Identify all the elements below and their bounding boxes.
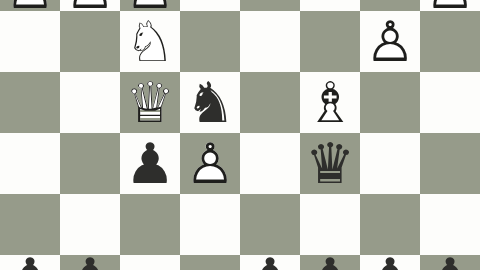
square-c4[interactable]: ♝♗ (300, 72, 360, 133)
square-c2[interactable] (300, 0, 360, 11)
piece-white-pawn[interactable]: ♟♙ (180, 133, 240, 194)
square-g3[interactable] (60, 11, 120, 72)
square-c5[interactable]: ♛ (300, 133, 360, 194)
square-g7[interactable]: ♟ (60, 255, 120, 270)
piece-white-queen[interactable]: ♛♕ (120, 72, 180, 133)
square-g2[interactable]: ♟♙ (60, 0, 120, 11)
square-f5[interactable]: ♟ (120, 133, 180, 194)
square-e3[interactable] (180, 11, 240, 72)
square-f7[interactable] (120, 255, 180, 270)
piece-black-pawn[interactable]: ♟ (60, 248, 120, 270)
square-e4[interactable]: ♞ (180, 72, 240, 133)
square-e7[interactable] (180, 255, 240, 270)
square-a7[interactable]: ♟ (420, 255, 480, 270)
white-queen-outline: ♕ (120, 72, 180, 133)
square-e2[interactable] (180, 0, 240, 11)
chessboard: ♟♙♟♙♟♙♟♙♞♘♟♙♛♕♞♝♗♟♟♙♛♟♟♟♟♟♟ (0, 0, 480, 270)
square-b4[interactable] (360, 72, 420, 133)
square-h4[interactable] (0, 72, 60, 133)
square-f3[interactable]: ♞♘ (120, 11, 180, 72)
square-b3[interactable]: ♟♙ (360, 11, 420, 72)
square-f6[interactable] (120, 194, 180, 255)
square-e6[interactable] (180, 194, 240, 255)
square-e5[interactable]: ♟♙ (180, 133, 240, 194)
piece-black-pawn[interactable]: ♟ (420, 248, 480, 270)
square-h2[interactable]: ♟♙ (0, 0, 60, 11)
piece-black-queen[interactable]: ♛ (300, 133, 360, 194)
piece-white-pawn[interactable]: ♟♙ (360, 11, 420, 72)
square-d5[interactable] (240, 133, 300, 194)
square-g5[interactable] (60, 133, 120, 194)
piece-black-pawn[interactable]: ♟ (300, 248, 360, 270)
square-d4[interactable] (240, 72, 300, 133)
square-d2[interactable] (240, 0, 300, 11)
square-f4[interactable]: ♛♕ (120, 72, 180, 133)
square-a2[interactable]: ♟♙ (420, 0, 480, 11)
white-pawn-outline: ♙ (180, 133, 240, 194)
square-g4[interactable] (60, 72, 120, 133)
square-a3[interactable] (420, 11, 480, 72)
piece-black-pawn[interactable]: ♟ (120, 133, 180, 194)
board-viewport: ♟♙♟♙♟♙♟♙♞♘♟♙♛♕♞♝♗♟♟♙♛♟♟♟♟♟♟ (0, 0, 480, 270)
piece-black-knight[interactable]: ♞ (180, 72, 240, 133)
piece-white-bishop[interactable]: ♝♗ (300, 72, 360, 133)
square-h5[interactable] (0, 133, 60, 194)
square-a4[interactable] (420, 72, 480, 133)
square-d3[interactable] (240, 11, 300, 72)
square-d7[interactable]: ♟ (240, 255, 300, 270)
square-b5[interactable] (360, 133, 420, 194)
white-bishop-outline: ♗ (300, 72, 360, 133)
white-pawn-outline: ♙ (360, 11, 420, 72)
white-knight-outline: ♘ (120, 11, 180, 72)
square-h3[interactable] (0, 11, 60, 72)
piece-black-pawn[interactable]: ♟ (240, 248, 300, 270)
square-a5[interactable] (420, 133, 480, 194)
piece-white-knight[interactable]: ♞♘ (120, 11, 180, 72)
square-b7[interactable]: ♟ (360, 255, 420, 270)
square-c3[interactable] (300, 11, 360, 72)
square-c7[interactable]: ♟ (300, 255, 360, 270)
square-h7[interactable]: ♟ (0, 255, 60, 270)
piece-black-pawn[interactable]: ♟ (360, 248, 420, 270)
piece-black-pawn[interactable]: ♟ (0, 248, 60, 270)
